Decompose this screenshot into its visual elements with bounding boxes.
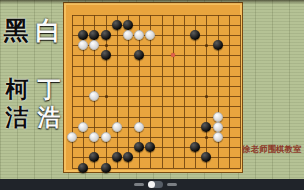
stone-black — [201, 152, 211, 162]
grid-line — [173, 15, 174, 168]
play-toggle[interactable] — [148, 181, 163, 188]
grid-line — [72, 15, 241, 16]
grid-line — [72, 106, 241, 107]
stone-black — [134, 50, 144, 60]
stone-white — [89, 91, 99, 101]
grid-line — [72, 55, 241, 56]
white-player-char1: 丁 — [35, 75, 63, 103]
stone-black — [89, 152, 99, 162]
stone-white — [134, 122, 144, 132]
watermark-text: 徐老师围棋教室 — [242, 144, 304, 156]
stone-black — [190, 142, 200, 152]
star-point — [205, 95, 208, 98]
star-point — [105, 95, 108, 98]
grid-line — [117, 15, 118, 168]
stone-black — [123, 152, 133, 162]
stone-black — [213, 40, 223, 50]
stone-white — [78, 122, 88, 132]
grid-line — [72, 66, 241, 67]
last-move-marker — [171, 53, 175, 57]
toggle-knob-icon — [148, 181, 155, 188]
grid-line — [162, 15, 163, 168]
black-label: 黑 — [2, 17, 30, 45]
stone-black — [78, 163, 88, 173]
stone-black — [145, 142, 155, 152]
star-point — [205, 136, 208, 139]
grid-line — [72, 168, 241, 169]
stone-black — [112, 20, 122, 30]
stone-white — [123, 30, 133, 40]
bar-right-label — [167, 183, 177, 186]
stone-black — [123, 20, 133, 30]
stone-white — [67, 132, 77, 142]
grid-line — [184, 15, 185, 168]
stone-black — [201, 122, 211, 132]
grid-line — [229, 15, 230, 168]
go-board — [63, 2, 243, 173]
stone-black — [89, 30, 99, 40]
grid-line — [206, 15, 207, 168]
stone-black — [134, 142, 144, 152]
stone-black — [112, 152, 122, 162]
star-point — [105, 44, 108, 47]
black-player-char2: 洁 — [3, 103, 31, 131]
grid-line — [218, 15, 219, 168]
stone-black — [101, 163, 111, 173]
grid-line — [72, 86, 241, 87]
stone-white — [78, 40, 88, 50]
grid-line — [72, 15, 73, 168]
stone-white — [89, 40, 99, 50]
grid-line — [72, 76, 241, 77]
white-player-char2: 浩 — [35, 103, 63, 131]
stone-black — [101, 30, 111, 40]
stone-white — [89, 132, 99, 142]
stone-white — [213, 122, 223, 132]
video-frame[interactable]: 黑 白 柯 丁 洁 浩 徐老师围棋教室 — [0, 0, 304, 190]
stone-black — [190, 30, 200, 40]
stone-white — [145, 30, 155, 40]
stone-white — [101, 132, 111, 142]
stone-white — [112, 122, 122, 132]
black-player-char1: 柯 — [3, 75, 31, 103]
star-point — [205, 44, 208, 47]
stone-white — [213, 112, 223, 122]
bar-left-label — [134, 183, 144, 186]
stone-white — [134, 30, 144, 40]
stone-black — [78, 30, 88, 40]
stone-white — [213, 132, 223, 142]
stone-black — [101, 50, 111, 60]
player-control-bar[interactable] — [0, 179, 304, 190]
grid-line — [240, 15, 241, 168]
grid-line — [72, 25, 241, 26]
white-label: 白 — [34, 17, 62, 45]
grid-line — [72, 147, 241, 148]
